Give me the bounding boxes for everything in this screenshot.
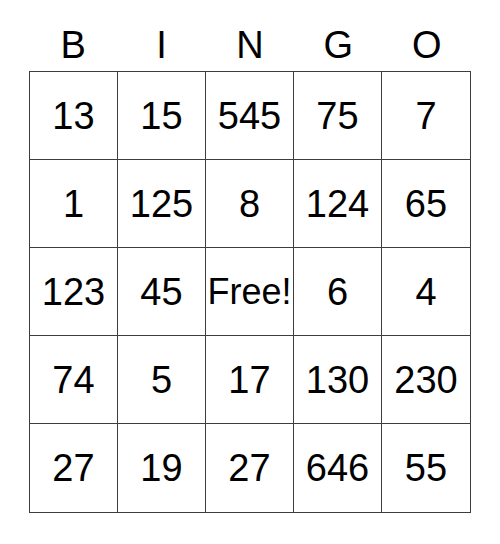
bingo-cell-r3c2[interactable]: 45: [118, 248, 206, 336]
header-letter-g: G: [294, 26, 382, 64]
bingo-cell-r2c5[interactable]: 65: [382, 160, 470, 248]
bingo-cell-r5c5[interactable]: 55: [382, 424, 470, 512]
bingo-cell-r1c3[interactable]: 545: [206, 72, 294, 160]
bingo-cell-r5c3[interactable]: 27: [206, 424, 294, 512]
bingo-header: B I N G O: [29, 0, 471, 71]
bingo-board: 13 15 545 75 7 1 125 8 124 65 123 45 Fre…: [29, 71, 471, 513]
bingo-cell-r1c1[interactable]: 13: [30, 72, 118, 160]
bingo-cell-r4c5[interactable]: 230: [382, 336, 470, 424]
bingo-cell-r3c1[interactable]: 123: [30, 248, 118, 336]
header-letter-b: B: [29, 26, 117, 64]
bingo-cell-r1c4[interactable]: 75: [294, 72, 382, 160]
bingo-cell-r4c1[interactable]: 74: [30, 336, 118, 424]
bingo-cell-r2c2[interactable]: 125: [118, 160, 206, 248]
bingo-cell-r4c4[interactable]: 130: [294, 336, 382, 424]
bingo-cell-r4c2[interactable]: 5: [118, 336, 206, 424]
header-letter-o: O: [383, 26, 471, 64]
bingo-cell-r2c4[interactable]: 124: [294, 160, 382, 248]
bingo-cell-r3c5[interactable]: 4: [382, 248, 470, 336]
header-letter-i: I: [117, 26, 205, 64]
bingo-cell-r5c4[interactable]: 646: [294, 424, 382, 512]
bingo-cell-r1c5[interactable]: 7: [382, 72, 470, 160]
bingo-cell-r2c1[interactable]: 1: [30, 160, 118, 248]
bingo-cell-r5c2[interactable]: 19: [118, 424, 206, 512]
bingo-cell-r4c3[interactable]: 17: [206, 336, 294, 424]
bingo-cell-r3c4[interactable]: 6: [294, 248, 382, 336]
bingo-cell-r1c2[interactable]: 15: [118, 72, 206, 160]
bingo-cell-r2c3[interactable]: 8: [206, 160, 294, 248]
header-letter-n: N: [206, 26, 294, 64]
bingo-cell-r5c1[interactable]: 27: [30, 424, 118, 512]
bingo-card: B I N G O 13 15 545 75 7 1 125 8 124 65 …: [29, 0, 471, 513]
bingo-cell-free-r3c3[interactable]: Free!: [206, 248, 294, 336]
